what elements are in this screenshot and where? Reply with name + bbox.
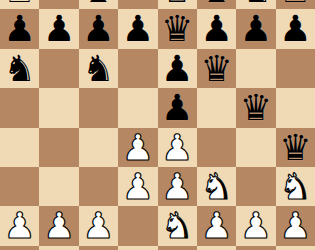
square-e8[interactable]: ♚ xyxy=(158,0,197,9)
white-knight[interactable]: ♞ xyxy=(158,206,197,245)
black-knight[interactable]: ♞ xyxy=(79,49,118,88)
white-pawn[interactable]: ♟ xyxy=(158,167,197,206)
square-a4[interactable] xyxy=(0,128,39,167)
square-c8[interactable]: ♝ xyxy=(79,0,118,9)
square-e6[interactable]: ♟ xyxy=(158,49,197,88)
square-e7[interactable]: ♛ xyxy=(158,9,197,48)
square-d3[interactable]: ♟ xyxy=(118,167,157,206)
square-h2[interactable]: ♟ xyxy=(276,206,315,245)
square-a8[interactable]: ♜ xyxy=(0,0,39,9)
square-c1[interactable]: ♝ xyxy=(79,246,118,250)
square-h6[interactable] xyxy=(276,49,315,88)
square-g7[interactable]: ♟ xyxy=(236,9,275,48)
black-king[interactable]: ♚ xyxy=(158,0,197,9)
black-queen[interactable]: ♛ xyxy=(197,49,236,88)
square-f4[interactable] xyxy=(197,128,236,167)
square-e5[interactable]: ♟ xyxy=(158,88,197,127)
square-d4[interactable]: ♟ xyxy=(118,128,157,167)
white-pawn[interactable]: ♟ xyxy=(118,167,157,206)
square-h1[interactable]: ♜ xyxy=(276,246,315,250)
black-pawn[interactable]: ♟ xyxy=(197,9,236,48)
black-rook[interactable]: ♜ xyxy=(276,0,315,9)
square-a5[interactable] xyxy=(0,88,39,127)
square-f2[interactable]: ♟ xyxy=(197,206,236,245)
square-g1[interactable] xyxy=(236,246,275,250)
black-pawn[interactable]: ♟ xyxy=(118,9,157,48)
square-d2[interactable] xyxy=(118,206,157,245)
white-rook[interactable]: ♜ xyxy=(276,246,315,250)
square-h8[interactable]: ♜ xyxy=(276,0,315,9)
white-pawn[interactable]: ♟ xyxy=(158,128,197,167)
white-bishop[interactable]: ♝ xyxy=(79,246,118,250)
square-g3[interactable] xyxy=(236,167,275,206)
square-d1[interactable]: ♛ xyxy=(118,246,157,250)
square-f8[interactable]: ♝ xyxy=(197,0,236,9)
square-a7[interactable]: ♟ xyxy=(0,9,39,48)
white-bishop[interactable]: ♝ xyxy=(197,246,236,250)
white-queen[interactable]: ♛ xyxy=(118,246,157,250)
black-queen[interactable]: ♛ xyxy=(276,128,315,167)
square-b5[interactable] xyxy=(39,88,78,127)
square-b8[interactable] xyxy=(39,0,78,9)
square-a2[interactable]: ♟ xyxy=(0,206,39,245)
square-b2[interactable]: ♟ xyxy=(39,206,78,245)
square-b7[interactable]: ♟ xyxy=(39,9,78,48)
square-e3[interactable]: ♟ xyxy=(158,167,197,206)
square-g6[interactable] xyxy=(236,49,275,88)
white-pawn[interactable]: ♟ xyxy=(236,206,275,245)
square-d8[interactable] xyxy=(118,0,157,9)
square-c6[interactable]: ♞ xyxy=(79,49,118,88)
square-d6[interactable] xyxy=(118,49,157,88)
square-b1[interactable]: ♞ xyxy=(39,246,78,250)
white-pawn[interactable]: ♟ xyxy=(0,206,39,245)
white-king[interactable]: ♚ xyxy=(158,246,197,250)
square-g4[interactable] xyxy=(236,128,275,167)
square-f1[interactable]: ♝ xyxy=(197,246,236,250)
square-g5[interactable]: ♛ xyxy=(236,88,275,127)
white-pawn[interactable]: ♟ xyxy=(39,206,78,245)
square-h3[interactable]: ♞ xyxy=(276,167,315,206)
square-g8[interactable]: ♞ xyxy=(236,0,275,9)
black-pawn[interactable]: ♟ xyxy=(236,9,275,48)
square-c2[interactable]: ♟ xyxy=(79,206,118,245)
square-e2[interactable]: ♞ xyxy=(158,206,197,245)
square-c7[interactable]: ♟ xyxy=(79,9,118,48)
square-g2[interactable]: ♟ xyxy=(236,206,275,245)
black-pawn[interactable]: ♟ xyxy=(0,9,39,48)
square-d5[interactable] xyxy=(118,88,157,127)
white-knight[interactable]: ♞ xyxy=(276,167,315,206)
black-rook[interactable]: ♜ xyxy=(0,0,39,9)
chess-board: ♜♝♚♝♞♜♟♟♟♟♛♟♟♟♞♞♟♛♟♛♟♟♛♟♟♞♞♟♟♟♞♟♟♟♜♞♝♛♚♝… xyxy=(0,0,315,250)
square-c4[interactable] xyxy=(79,128,118,167)
white-knight[interactable]: ♞ xyxy=(197,167,236,206)
black-bishop[interactable]: ♝ xyxy=(197,0,236,9)
square-h7[interactable]: ♟ xyxy=(276,9,315,48)
square-f5[interactable] xyxy=(197,88,236,127)
black-pawn[interactable]: ♟ xyxy=(276,9,315,48)
black-knight[interactable]: ♞ xyxy=(236,0,275,9)
square-c5[interactable] xyxy=(79,88,118,127)
square-f7[interactable]: ♟ xyxy=(197,9,236,48)
black-queen[interactable]: ♛ xyxy=(158,9,197,48)
white-pawn[interactable]: ♟ xyxy=(79,206,118,245)
black-pawn[interactable]: ♟ xyxy=(158,49,197,88)
square-c3[interactable] xyxy=(79,167,118,206)
black-bishop[interactable]: ♝ xyxy=(79,0,118,9)
black-pawn[interactable]: ♟ xyxy=(158,88,197,127)
chess-app-viewport: ♜♝♚♝♞♜♟♟♟♟♛♟♟♟♞♞♟♛♟♛♟♟♛♟♟♞♞♟♟♟♞♟♟♟♜♞♝♛♚♝… xyxy=(0,0,315,250)
square-a3[interactable] xyxy=(0,167,39,206)
square-a6[interactable]: ♞ xyxy=(0,49,39,88)
white-pawn[interactable]: ♟ xyxy=(197,206,236,245)
square-h4[interactable]: ♛ xyxy=(276,128,315,167)
white-pawn[interactable]: ♟ xyxy=(276,206,315,245)
square-f6[interactable]: ♛ xyxy=(197,49,236,88)
square-d7[interactable]: ♟ xyxy=(118,9,157,48)
black-knight[interactable]: ♞ xyxy=(0,49,39,88)
square-a1[interactable]: ♜ xyxy=(0,246,39,250)
black-queen[interactable]: ♛ xyxy=(236,88,275,127)
square-e1[interactable]: ♚ xyxy=(158,246,197,250)
black-pawn[interactable]: ♟ xyxy=(79,9,118,48)
square-h5[interactable] xyxy=(276,88,315,127)
square-b4[interactable] xyxy=(39,128,78,167)
white-rook[interactable]: ♜ xyxy=(0,246,39,250)
white-knight[interactable]: ♞ xyxy=(39,246,78,250)
square-b6[interactable] xyxy=(39,49,78,88)
white-pawn[interactable]: ♟ xyxy=(118,128,157,167)
square-b3[interactable] xyxy=(39,167,78,206)
square-f3[interactable]: ♞ xyxy=(197,167,236,206)
black-pawn[interactable]: ♟ xyxy=(39,9,78,48)
square-e4[interactable]: ♟ xyxy=(158,128,197,167)
